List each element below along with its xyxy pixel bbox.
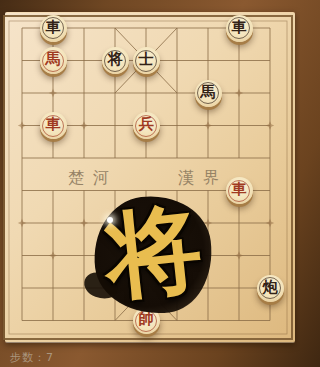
piece-glyph: 将 <box>108 52 123 67</box>
piece-glyph: 炮 <box>263 280 278 295</box>
piece-black-horse-checking[interactable]: 馬 <box>164 242 191 269</box>
piece-glyph: 馬 <box>201 85 216 100</box>
piece-black-horse-upper[interactable]: 馬 <box>195 80 222 107</box>
piece-red-horse[interactable]: 馬 <box>40 47 67 74</box>
piece-glyph: 帥 <box>139 312 154 327</box>
piece-glyph: 車 <box>232 182 247 197</box>
piece-glyph: 車 <box>46 117 61 132</box>
piece-glyph: 車 <box>46 20 61 35</box>
piece-black-chariot-right[interactable]: 車 <box>226 15 253 42</box>
piece-glyph: 馬 <box>170 247 185 262</box>
piece-glyph: 馬 <box>46 52 61 67</box>
piece-red-chariot-left[interactable]: 車 <box>40 112 67 139</box>
piece-glyph: 車 <box>232 20 247 35</box>
piece-black-advisor[interactable]: 士 <box>133 47 160 74</box>
xiangqi-board[interactable]: 車車馬将士馬車兵車馬炮帥 <box>7 12 286 337</box>
piece-glyph: 兵 <box>139 117 154 132</box>
piece-black-cannon[interactable]: 炮 <box>257 275 284 302</box>
piece-glyph: 士 <box>139 52 154 67</box>
piece-red-chariot-right[interactable]: 車 <box>226 177 253 204</box>
piece-red-general[interactable]: 帥 <box>133 307 160 334</box>
piece-black-general[interactable]: 将 <box>102 47 129 74</box>
piece-black-chariot-left[interactable]: 車 <box>40 15 67 42</box>
piece-red-soldier[interactable]: 兵 <box>133 112 160 139</box>
